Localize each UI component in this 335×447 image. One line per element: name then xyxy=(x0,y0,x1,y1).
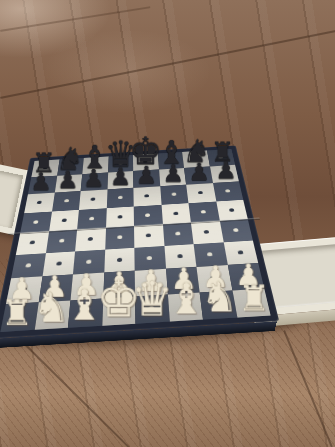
square-h8: ♜ xyxy=(207,149,235,166)
white-pawn: ♟ xyxy=(138,266,164,295)
square-c5 xyxy=(77,208,106,230)
black-bishop: ♝ xyxy=(81,141,110,173)
square-d2: ♟ xyxy=(103,271,135,298)
floor-plank-seam xyxy=(0,6,150,32)
square-e8: ♚ xyxy=(133,153,159,170)
black-rook: ♜ xyxy=(210,139,234,166)
square-f7: ♟ xyxy=(159,168,187,187)
square-f5 xyxy=(161,203,191,224)
square-c7: ♟ xyxy=(81,172,108,191)
photo-scene: ♜♞♝♛♚♝♞♜♟♟♟♟♟♟♟♟♟♟♟♟♟♟♟♟♜♞♝♚♛♝♞♜ xyxy=(0,0,335,447)
square-b2: ♟ xyxy=(38,274,73,301)
square-b7: ♟ xyxy=(54,174,82,193)
square-d4 xyxy=(105,226,135,249)
floor-plank-seam xyxy=(0,30,335,99)
square-a7: ♟ xyxy=(28,175,57,194)
black-rook: ♜ xyxy=(32,149,56,176)
square-f2: ♟ xyxy=(166,267,200,294)
square-g2: ♟ xyxy=(196,265,231,292)
board-grid: ♜♞♝♛♚♝♞♜♟♟♟♟♟♟♟♟♟♟♟♟♟♟♟♟♜♞♝♚♛♝♞♜ xyxy=(0,149,270,332)
white-pawn: ♟ xyxy=(202,262,228,291)
square-c1: ♝ xyxy=(68,298,103,328)
white-pawn: ♟ xyxy=(73,269,99,298)
square-b4 xyxy=(45,229,77,252)
square-e5 xyxy=(134,205,163,226)
black-queen: ♛ xyxy=(104,136,136,172)
white-pawn: ♟ xyxy=(235,260,261,289)
square-e2: ♟ xyxy=(135,269,168,296)
square-a1: ♜ xyxy=(0,302,38,332)
square-g8: ♞ xyxy=(182,150,209,167)
square-c2: ♟ xyxy=(71,273,104,300)
square-f6 xyxy=(160,185,189,205)
square-e1: ♛ xyxy=(135,294,169,324)
square-e7: ♟ xyxy=(133,169,160,188)
white-pawn: ♟ xyxy=(9,273,35,302)
white-pawn: ♟ xyxy=(41,271,67,300)
square-g4 xyxy=(191,221,223,244)
black-knight: ♞ xyxy=(56,143,84,174)
square-d1: ♚ xyxy=(102,296,136,326)
square-c6 xyxy=(79,189,107,209)
white-pawn: ♟ xyxy=(106,268,132,297)
square-e6 xyxy=(133,186,161,206)
square-b1: ♞ xyxy=(34,300,70,330)
square-a4 xyxy=(16,231,49,254)
square-c8: ♝ xyxy=(82,156,108,174)
board-frame: ♜♞♝♛♚♝♞♜♟♟♟♟♟♟♟♟♟♟♟♟♟♟♟♟♜♞♝♚♛♝♞♜ xyxy=(0,145,279,338)
square-h7: ♟ xyxy=(209,165,238,183)
chessboard: ♜♞♝♛♚♝♞♜♟♟♟♟♟♟♟♟♟♟♟♟♟♟♟♟♜♞♝♚♛♝♞♜ xyxy=(7,99,261,353)
square-f4 xyxy=(162,223,193,246)
square-d7: ♟ xyxy=(107,171,133,190)
square-b6 xyxy=(52,191,81,211)
floor-plank-seam xyxy=(283,330,333,447)
square-f3 xyxy=(164,244,197,269)
square-b3 xyxy=(42,251,75,276)
square-h6 xyxy=(213,181,244,201)
square-g6 xyxy=(186,183,216,203)
square-e4 xyxy=(134,224,164,247)
square-a2: ♟ xyxy=(6,276,42,304)
square-f1: ♝ xyxy=(167,292,203,322)
square-b5 xyxy=(49,210,79,232)
board-perspective: ♜♞♝♛♚♝♞♜♟♟♟♟♟♟♟♟♟♟♟♟♟♟♟♟♜♞♝♚♛♝♞♜ xyxy=(7,99,261,353)
square-c4 xyxy=(75,228,105,251)
floor-plank-seam xyxy=(24,343,131,447)
square-h2: ♟ xyxy=(227,263,264,290)
square-c3 xyxy=(73,249,105,274)
square-b8: ♞ xyxy=(57,158,84,176)
square-e3 xyxy=(134,246,165,271)
square-d3 xyxy=(104,247,135,272)
square-a8: ♜ xyxy=(31,159,59,177)
square-h1: ♜ xyxy=(232,288,271,317)
square-d6 xyxy=(106,188,133,208)
square-a3 xyxy=(11,253,45,278)
square-a6 xyxy=(24,193,54,213)
square-g3 xyxy=(194,242,228,267)
white-pawn: ♟ xyxy=(170,264,196,293)
board-tilt: ♜♞♝♛♚♝♞♜♟♟♟♟♟♟♟♟♟♟♟♟♟♟♟♟♜♞♝♚♛♝♞♜ xyxy=(0,145,279,338)
square-f8: ♝ xyxy=(157,152,184,169)
square-h4 xyxy=(219,219,252,242)
square-d8: ♛ xyxy=(108,155,133,172)
square-g7: ♟ xyxy=(184,166,212,184)
square-h3 xyxy=(223,240,258,265)
square-g1: ♞ xyxy=(200,290,237,319)
